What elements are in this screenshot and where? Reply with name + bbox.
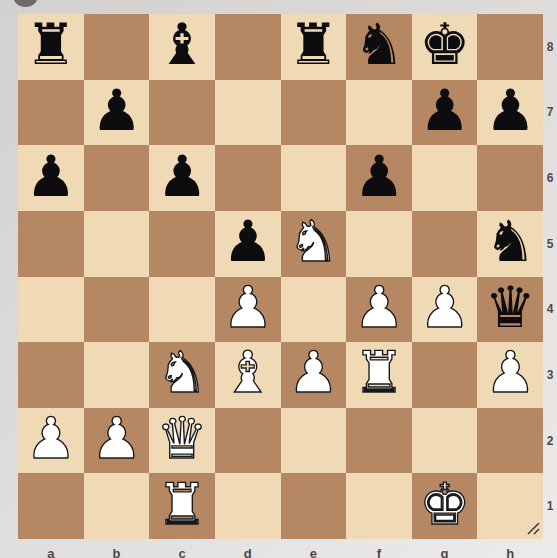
square-e7[interactable] [281, 80, 347, 146]
rank-label-3: 3 [543, 342, 557, 408]
square-f1[interactable] [346, 473, 412, 539]
square-f4[interactable]: ♟ [346, 277, 412, 343]
piece-black-queen[interactable]: ♛ [485, 279, 536, 336]
piece-black-knight[interactable]: ♞ [353, 16, 404, 73]
resize-handle-icon[interactable] [525, 520, 542, 537]
file-label-h: h [477, 539, 543, 558]
square-b5[interactable] [84, 211, 150, 277]
file-label-e: e [281, 539, 347, 558]
square-c1[interactable]: ♜ [149, 473, 215, 539]
square-b6[interactable] [84, 145, 150, 211]
piece-white-pawn[interactable]: ♟ [288, 344, 339, 401]
cropped-icon [13, 0, 38, 7]
file-label-b: b [84, 539, 150, 558]
piece-white-king[interactable]: ♚ [419, 476, 470, 533]
square-f3[interactable]: ♜ [346, 342, 412, 408]
square-f7[interactable] [346, 80, 412, 146]
piece-white-knight[interactable]: ♞ [157, 344, 208, 401]
square-h3[interactable]: ♟ [477, 342, 543, 408]
file-label-f: f [346, 539, 412, 558]
square-f8[interactable]: ♞ [346, 14, 412, 80]
file-label-c: c [149, 539, 215, 558]
square-c2[interactable]: ♛ [149, 408, 215, 474]
square-c5[interactable] [149, 211, 215, 277]
piece-white-pawn[interactable]: ♟ [25, 410, 76, 467]
square-b7[interactable]: ♟ [84, 80, 150, 146]
square-g4[interactable]: ♟ [412, 277, 478, 343]
square-h2[interactable] [477, 408, 543, 474]
square-d1[interactable] [215, 473, 281, 539]
square-a7[interactable] [18, 80, 84, 146]
square-g2[interactable] [412, 408, 478, 474]
piece-white-pawn[interactable]: ♟ [353, 279, 404, 336]
piece-white-pawn[interactable]: ♟ [419, 279, 470, 336]
square-h4[interactable]: ♛ [477, 277, 543, 343]
square-b3[interactable] [84, 342, 150, 408]
rank-labels: 87654321 [543, 14, 557, 539]
square-e2[interactable] [281, 408, 347, 474]
square-b4[interactable] [84, 277, 150, 343]
square-a1[interactable] [18, 473, 84, 539]
piece-white-rook[interactable]: ♜ [157, 476, 208, 533]
piece-white-rook[interactable]: ♜ [353, 344, 404, 401]
square-d7[interactable] [215, 80, 281, 146]
piece-white-pawn[interactable]: ♟ [222, 279, 273, 336]
square-f5[interactable] [346, 211, 412, 277]
square-g3[interactable] [412, 342, 478, 408]
square-e1[interactable] [281, 473, 347, 539]
square-e6[interactable] [281, 145, 347, 211]
piece-black-pawn[interactable]: ♟ [485, 82, 536, 139]
square-e5[interactable]: ♞ [281, 211, 347, 277]
square-f6[interactable]: ♟ [346, 145, 412, 211]
square-a2[interactable]: ♟ [18, 408, 84, 474]
file-label-a: a [18, 539, 84, 558]
square-h6[interactable] [477, 145, 543, 211]
square-d3[interactable]: ♝ [215, 342, 281, 408]
piece-black-rook[interactable]: ♜ [288, 16, 339, 73]
square-c3[interactable]: ♞ [149, 342, 215, 408]
square-d4[interactable]: ♟ [215, 277, 281, 343]
square-a5[interactable] [18, 211, 84, 277]
piece-white-pawn[interactable]: ♟ [485, 344, 536, 401]
file-label-g: g [412, 539, 478, 558]
square-e3[interactable]: ♟ [281, 342, 347, 408]
square-a3[interactable] [18, 342, 84, 408]
square-g8[interactable]: ♚ [412, 14, 478, 80]
square-g5[interactable] [412, 211, 478, 277]
piece-black-pawn[interactable]: ♟ [157, 148, 208, 205]
piece-black-king[interactable]: ♚ [419, 16, 470, 73]
square-c7[interactable] [149, 80, 215, 146]
square-d5[interactable]: ♟ [215, 211, 281, 277]
piece-black-pawn[interactable]: ♟ [91, 82, 142, 139]
square-c4[interactable] [149, 277, 215, 343]
file-labels: abcdefgh [18, 539, 543, 558]
square-e8[interactable]: ♜ [281, 14, 347, 80]
square-a6[interactable]: ♟ [18, 145, 84, 211]
square-a8[interactable]: ♜ [18, 14, 84, 80]
piece-black-bishop[interactable]: ♝ [157, 16, 208, 73]
rank-label-5: 5 [543, 211, 557, 277]
square-h5[interactable]: ♞ [477, 211, 543, 277]
square-b1[interactable] [84, 473, 150, 539]
square-f2[interactable] [346, 408, 412, 474]
square-b8[interactable] [84, 14, 150, 80]
piece-black-pawn[interactable]: ♟ [353, 148, 404, 205]
piece-white-bishop[interactable]: ♝ [222, 344, 273, 401]
piece-black-pawn[interactable]: ♟ [25, 148, 76, 205]
square-d8[interactable] [215, 14, 281, 80]
rank-label-6: 6 [543, 145, 557, 211]
rank-label-2: 2 [543, 408, 557, 474]
square-d6[interactable] [215, 145, 281, 211]
piece-black-knight[interactable]: ♞ [485, 213, 536, 270]
square-d2[interactable] [215, 408, 281, 474]
rank-label-4: 4 [543, 277, 557, 343]
piece-black-pawn[interactable]: ♟ [222, 213, 273, 270]
square-a4[interactable] [18, 277, 84, 343]
square-h7[interactable]: ♟ [477, 80, 543, 146]
file-label-d: d [215, 539, 281, 558]
chess-board: ♜♝♜♞♚♟♟♟♟♟♟♟♞♞♟♟♟♛♞♝♟♜♟♟♟♛♜♚ [18, 14, 543, 539]
piece-white-queen[interactable]: ♛ [157, 410, 208, 467]
square-h8[interactable] [477, 14, 543, 80]
piece-white-pawn[interactable]: ♟ [91, 410, 142, 467]
chess-board-screen: ♜♝♜♞♚♟♟♟♟♟♟♟♞♞♟♟♟♛♞♝♟♜♟♟♟♛♜♚ 87654321 ab… [0, 0, 557, 558]
square-b2[interactable]: ♟ [84, 408, 150, 474]
piece-black-pawn[interactable]: ♟ [419, 82, 470, 139]
rank-label-8: 8 [543, 14, 557, 80]
square-g6[interactable] [412, 145, 478, 211]
rank-label-1: 1 [543, 473, 557, 539]
piece-black-rook[interactable]: ♜ [25, 16, 76, 73]
piece-white-knight[interactable]: ♞ [288, 213, 339, 270]
square-g7[interactable]: ♟ [412, 80, 478, 146]
square-g1[interactable]: ♚ [412, 473, 478, 539]
square-e4[interactable] [281, 277, 347, 343]
rank-label-7: 7 [543, 80, 557, 146]
square-c6[interactable]: ♟ [149, 145, 215, 211]
square-c8[interactable]: ♝ [149, 14, 215, 80]
